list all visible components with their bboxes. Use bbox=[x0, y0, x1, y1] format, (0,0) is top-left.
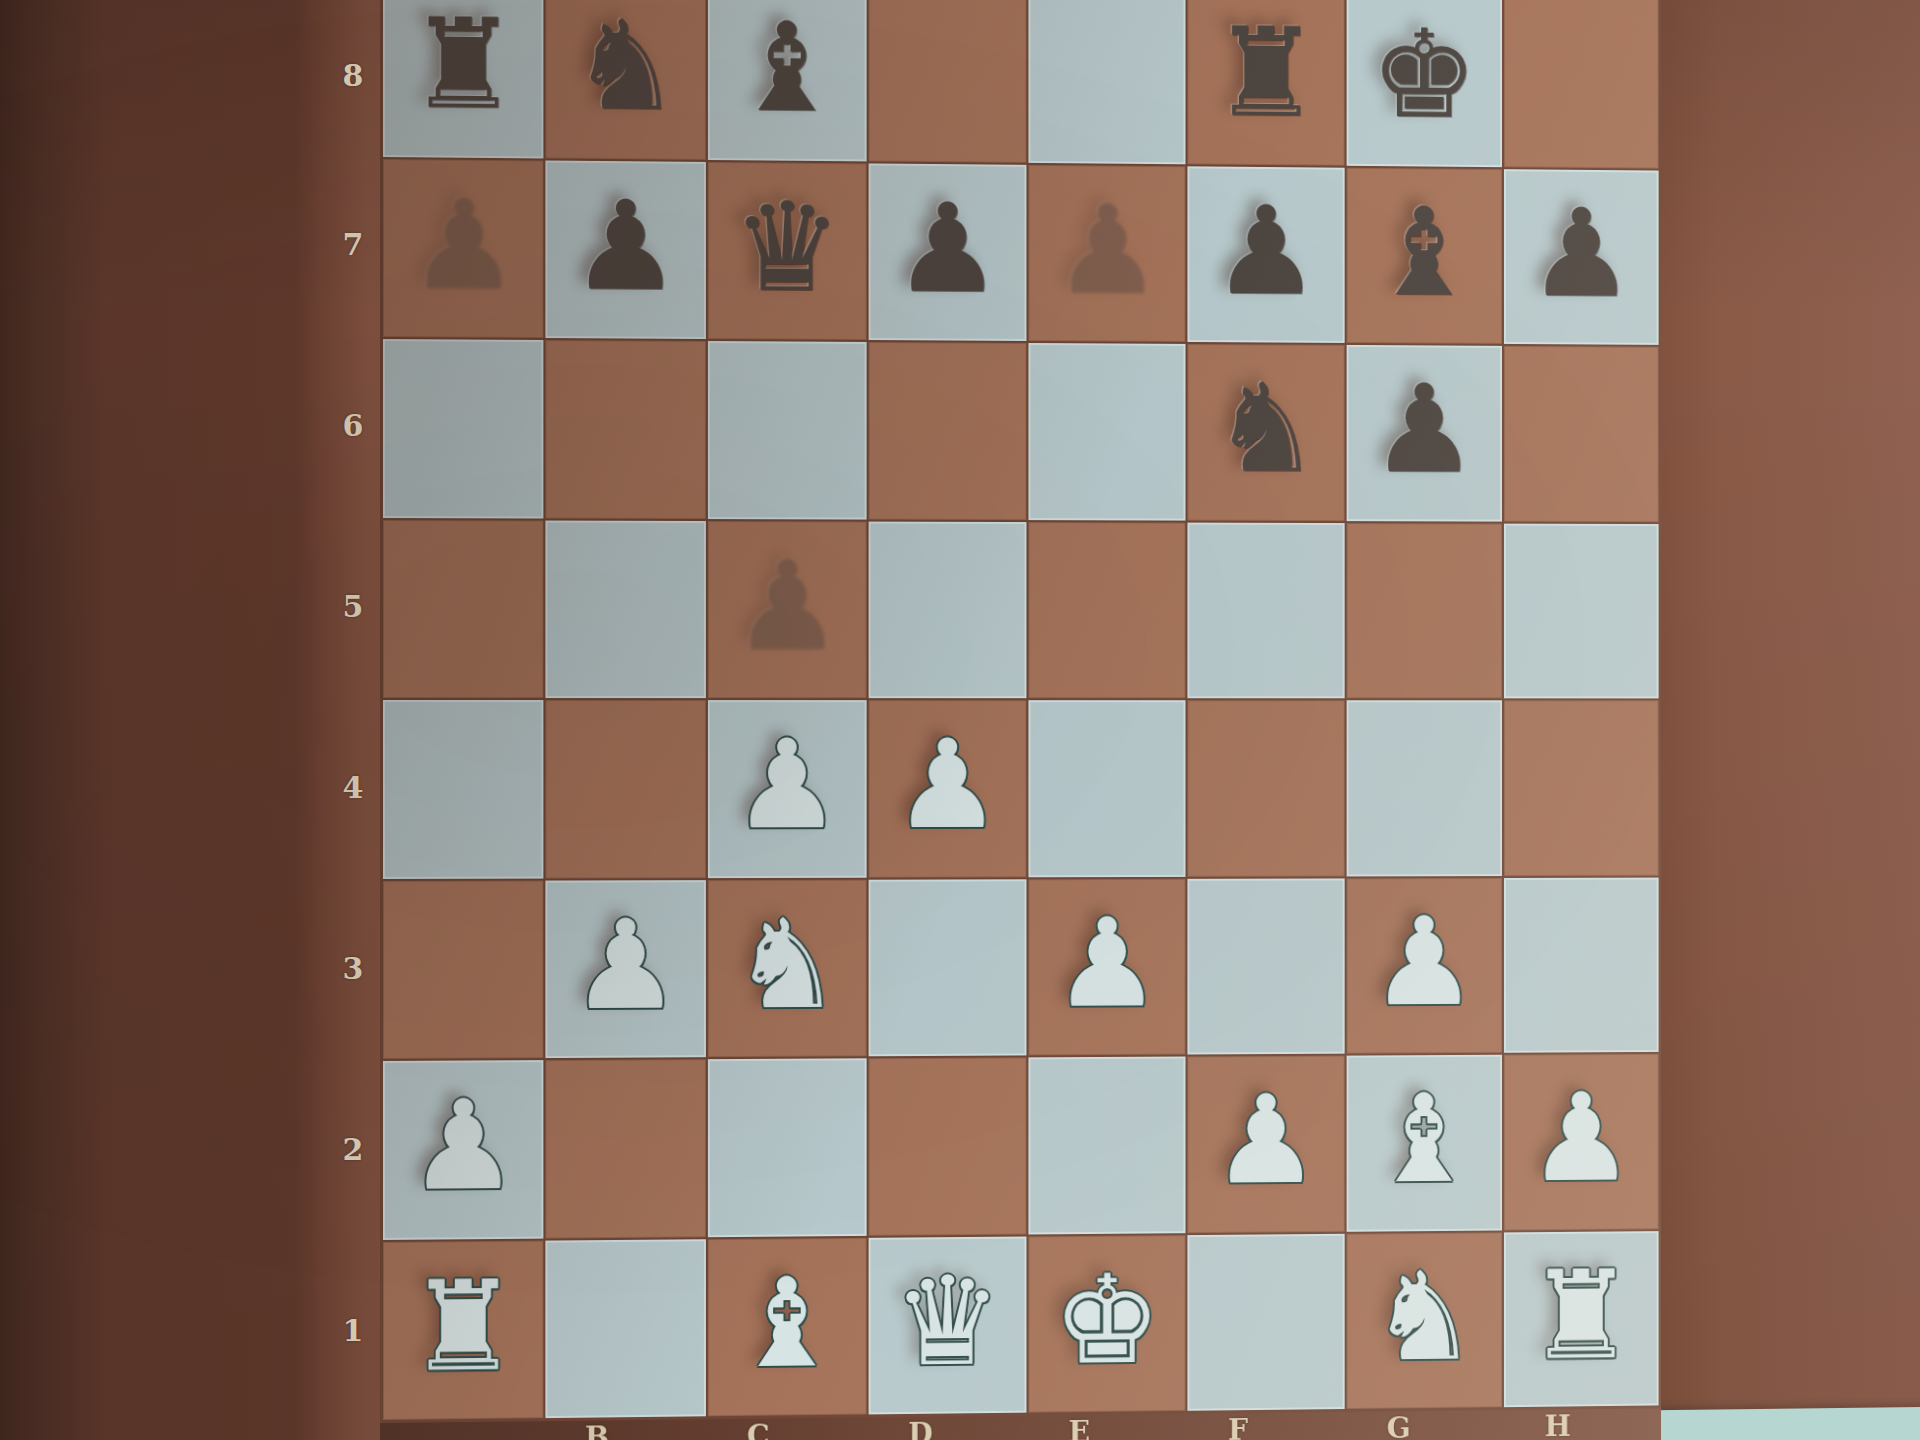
white-pawn-icon: ♟ bbox=[1053, 901, 1161, 1024]
square-d3 bbox=[868, 879, 1026, 1057]
white-pawn-icon: ♟ bbox=[570, 903, 680, 1027]
white-knight-icon: ♞ bbox=[732, 902, 842, 1026]
file-label-c: C bbox=[705, 1417, 866, 1440]
white-bishop-icon: ♝ bbox=[1370, 1078, 1477, 1201]
square-f4 bbox=[1188, 700, 1344, 876]
black-rook-icon: ♜ bbox=[1212, 11, 1320, 134]
square-g3: ♟ bbox=[1346, 878, 1502, 1054]
black-queen-icon: ♛ bbox=[732, 185, 842, 309]
rank-label-2: 2 bbox=[330, 1132, 376, 1167]
square-h3 bbox=[1504, 877, 1659, 1053]
square-d7: ♟ bbox=[868, 163, 1026, 341]
square-c8: ♝ bbox=[707, 0, 866, 161]
square-e8 bbox=[1028, 0, 1185, 164]
square-e3: ♟ bbox=[1028, 878, 1185, 1055]
black-bishop-icon: ♝ bbox=[1370, 190, 1477, 313]
square-f3 bbox=[1188, 878, 1344, 1055]
rank-label-5: 5 bbox=[330, 589, 376, 624]
black-pawn-icon: ♟ bbox=[893, 186, 1002, 310]
white-pawn-icon: ♟ bbox=[732, 723, 842, 846]
black-rook-icon: ♜ bbox=[408, 2, 519, 127]
square-a4 bbox=[383, 700, 544, 878]
square-c1: ♝ bbox=[707, 1237, 866, 1416]
square-g8: ♚ bbox=[1346, 0, 1502, 167]
square-h1: ♜ bbox=[1504, 1231, 1659, 1408]
black-bishop-icon: ♝ bbox=[732, 5, 842, 129]
black-pawn-icon: ♟ bbox=[732, 544, 842, 667]
square-b3: ♟ bbox=[546, 880, 706, 1058]
file-label-e: E bbox=[1027, 1414, 1187, 1440]
black-pawn-icon: ♟ bbox=[408, 182, 519, 307]
square-g2: ♝ bbox=[1346, 1055, 1502, 1232]
square-e1: ♚ bbox=[1028, 1235, 1185, 1413]
square-c5: ♟ bbox=[707, 521, 866, 699]
square-d1: ♛ bbox=[868, 1236, 1026, 1414]
square-d8 bbox=[868, 0, 1026, 162]
rank-label-3: 3 bbox=[330, 951, 376, 986]
file-label-h: H bbox=[1504, 1408, 1661, 1440]
file-label-hidden bbox=[380, 1421, 543, 1440]
square-f8: ♜ bbox=[1188, 0, 1344, 165]
white-pawn-icon: ♟ bbox=[893, 723, 1002, 846]
square-h7: ♟ bbox=[1504, 169, 1659, 345]
square-g5 bbox=[1346, 523, 1502, 699]
rank-label-6: 6 bbox=[330, 408, 376, 443]
square-g4 bbox=[1346, 700, 1502, 876]
square-b1 bbox=[546, 1239, 706, 1418]
white-knight-icon: ♞ bbox=[1370, 1255, 1477, 1378]
square-c6 bbox=[707, 341, 866, 519]
square-c3: ♞ bbox=[707, 879, 866, 1057]
black-pawn-icon: ♟ bbox=[1212, 189, 1320, 312]
white-king-icon: ♚ bbox=[1053, 1258, 1161, 1382]
square-b2 bbox=[546, 1059, 706, 1238]
square-c7: ♛ bbox=[707, 161, 866, 340]
square-h2: ♟ bbox=[1504, 1054, 1659, 1230]
square-a1: ♜ bbox=[383, 1240, 544, 1420]
black-pawn-icon: ♟ bbox=[570, 183, 680, 307]
square-f1 bbox=[1188, 1233, 1344, 1410]
rank-label-8: 8 bbox=[330, 58, 376, 93]
square-a2: ♟ bbox=[383, 1060, 544, 1239]
file-label-g: G bbox=[1346, 1410, 1504, 1440]
square-b7: ♟ bbox=[546, 160, 706, 339]
square-h4 bbox=[1504, 700, 1659, 875]
white-pawn-icon: ♟ bbox=[408, 1083, 519, 1208]
square-b6 bbox=[546, 340, 706, 519]
square-f7: ♟ bbox=[1188, 166, 1344, 343]
rank-labels: 87654321 bbox=[330, 0, 376, 1440]
square-e7: ♟ bbox=[1028, 164, 1185, 342]
square-f2: ♟ bbox=[1188, 1056, 1344, 1233]
black-pawn-icon: ♟ bbox=[1370, 368, 1477, 490]
white-pawn-icon: ♟ bbox=[1212, 1079, 1320, 1202]
file-label-f: F bbox=[1187, 1412, 1346, 1440]
square-g1: ♞ bbox=[1346, 1232, 1502, 1409]
square-a6 bbox=[383, 339, 544, 518]
square-d6 bbox=[868, 342, 1026, 520]
square-h8 bbox=[1504, 0, 1659, 168]
square-e4 bbox=[1028, 700, 1185, 877]
rank-label-1: 1 bbox=[330, 1313, 376, 1348]
square-a3 bbox=[383, 880, 544, 1059]
chess-board: ♜♞♝♜♚♟♟♛♟♟♟♝♟♞♟♟♟♟♟♞♟♟♟♟♝♟♜♝♛♚♞♜ bbox=[380, 0, 1661, 1423]
rank-label-4: 4 bbox=[330, 770, 376, 805]
black-king-icon: ♚ bbox=[1370, 13, 1477, 136]
white-pawn-icon: ♟ bbox=[1528, 1077, 1635, 1199]
square-h5 bbox=[1504, 523, 1659, 698]
square-c4: ♟ bbox=[707, 700, 866, 878]
square-b4 bbox=[546, 700, 706, 878]
square-g6: ♟ bbox=[1346, 345, 1502, 521]
black-pawn-icon: ♟ bbox=[1053, 188, 1161, 311]
rank-label-7: 7 bbox=[330, 227, 376, 262]
square-c2 bbox=[707, 1058, 866, 1236]
white-rook-icon: ♜ bbox=[1528, 1254, 1635, 1377]
chess-board-projection: ♜♞♝♜♚♟♟♛♟♟♟♝♟♞♟♟♟♟♟♞♟♟♟♟♝♟♜♝♛♚♞♜ BCDEFGH bbox=[380, 0, 1661, 1440]
white-rook-icon: ♜ bbox=[408, 1264, 519, 1389]
square-e6 bbox=[1028, 343, 1185, 520]
square-g7: ♝ bbox=[1346, 167, 1502, 344]
square-h6 bbox=[1504, 346, 1659, 522]
white-bishop-icon: ♝ bbox=[732, 1261, 842, 1385]
square-f5 bbox=[1188, 522, 1344, 698]
square-a8: ♜ bbox=[383, 0, 544, 158]
black-knight-icon: ♞ bbox=[570, 3, 680, 128]
square-e2 bbox=[1028, 1057, 1185, 1235]
square-b8: ♞ bbox=[546, 0, 706, 159]
square-e5 bbox=[1028, 522, 1185, 699]
square-f6: ♞ bbox=[1188, 344, 1344, 521]
square-d2 bbox=[868, 1057, 1026, 1235]
square-a7: ♟ bbox=[383, 159, 544, 338]
square-b5 bbox=[546, 520, 706, 698]
white-pawn-icon: ♟ bbox=[1370, 900, 1477, 1022]
black-knight-icon: ♞ bbox=[1212, 367, 1320, 490]
black-pawn-icon: ♟ bbox=[1528, 192, 1635, 314]
square-a5 bbox=[383, 520, 544, 699]
white-queen-icon: ♛ bbox=[893, 1259, 1002, 1383]
file-label-b: B bbox=[543, 1419, 705, 1440]
square-d4: ♟ bbox=[868, 700, 1026, 877]
square-d5 bbox=[868, 521, 1026, 698]
file-label-d: D bbox=[867, 1416, 1028, 1440]
